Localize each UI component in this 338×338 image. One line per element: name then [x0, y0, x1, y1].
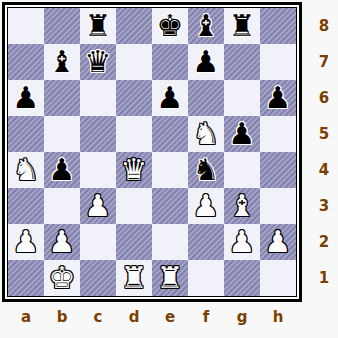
- white-rook-d1[interactable]: ♜: [116, 260, 152, 296]
- chess-board: ♜♚♝♜♝♛♟♟♟♟♞♟♞♟♛♞♟♟♝♟♟♟♟♚♜♜: [8, 8, 296, 296]
- square-c7[interactable]: ♛: [80, 44, 116, 80]
- square-g8[interactable]: ♜: [224, 8, 260, 44]
- rank-label-8: 8: [312, 8, 336, 44]
- black-king-e8[interactable]: ♚: [152, 8, 188, 44]
- square-a2[interactable]: ♟: [8, 224, 44, 260]
- white-pawn-h2[interactable]: ♟: [260, 224, 296, 260]
- file-label-e: e: [152, 305, 188, 329]
- file-label-c: c: [80, 305, 116, 329]
- white-king-b1[interactable]: ♚: [44, 260, 80, 296]
- square-d1[interactable]: ♜: [116, 260, 152, 296]
- file-label-b: b: [44, 305, 80, 329]
- square-f7[interactable]: ♟: [188, 44, 224, 80]
- white-bishop-g3[interactable]: ♝: [224, 188, 260, 224]
- square-e2[interactable]: [152, 224, 188, 260]
- square-e1[interactable]: ♜: [152, 260, 188, 296]
- square-d8[interactable]: [116, 8, 152, 44]
- square-g2[interactable]: ♟: [224, 224, 260, 260]
- square-a5[interactable]: [8, 116, 44, 152]
- square-a3[interactable]: [8, 188, 44, 224]
- board-inner-border: ♜♚♝♜♝♛♟♟♟♟♞♟♞♟♛♞♟♟♝♟♟♟♟♚♜♜: [7, 7, 297, 297]
- square-h2[interactable]: ♟: [260, 224, 296, 260]
- square-g4[interactable]: [224, 152, 260, 188]
- square-c3[interactable]: ♟: [80, 188, 116, 224]
- square-f8[interactable]: ♝: [188, 8, 224, 44]
- file-label-a: a: [8, 305, 44, 329]
- square-d7[interactable]: [116, 44, 152, 80]
- square-b3[interactable]: [44, 188, 80, 224]
- square-e6[interactable]: ♟: [152, 80, 188, 116]
- square-a1[interactable]: [8, 260, 44, 296]
- square-h8[interactable]: [260, 8, 296, 44]
- square-c1[interactable]: [80, 260, 116, 296]
- square-e5[interactable]: [152, 116, 188, 152]
- black-rook-g8[interactable]: ♜: [224, 8, 260, 44]
- square-e7[interactable]: [152, 44, 188, 80]
- square-c4[interactable]: [80, 152, 116, 188]
- white-pawn-a2[interactable]: ♟: [8, 224, 44, 260]
- white-pawn-f3[interactable]: ♟: [188, 188, 224, 224]
- square-a4[interactable]: ♞: [8, 152, 44, 188]
- square-g6[interactable]: [224, 80, 260, 116]
- square-d3[interactable]: [116, 188, 152, 224]
- rank-label-6: 6: [312, 80, 336, 116]
- white-pawn-c3[interactable]: ♟: [80, 188, 116, 224]
- square-b8[interactable]: [44, 8, 80, 44]
- square-e3[interactable]: [152, 188, 188, 224]
- black-queen-c7[interactable]: ♛: [80, 44, 116, 80]
- square-b1[interactable]: ♚: [44, 260, 80, 296]
- square-h7[interactable]: [260, 44, 296, 80]
- square-c5[interactable]: [80, 116, 116, 152]
- square-a6[interactable]: ♟: [8, 80, 44, 116]
- white-pawn-g2[interactable]: ♟: [224, 224, 260, 260]
- file-label-h: h: [260, 305, 296, 329]
- file-label-f: f: [188, 305, 224, 329]
- black-bishop-b7[interactable]: ♝: [44, 44, 80, 80]
- white-rook-e1[interactable]: ♜: [152, 260, 188, 296]
- black-pawn-a6[interactable]: ♟: [8, 80, 44, 116]
- white-pawn-b2[interactable]: ♟: [44, 224, 80, 260]
- black-pawn-e6[interactable]: ♟: [152, 80, 188, 116]
- black-pawn-f7[interactable]: ♟: [188, 44, 224, 80]
- black-pawn-g5[interactable]: ♟: [224, 116, 260, 152]
- square-g1[interactable]: [224, 260, 260, 296]
- square-c2[interactable]: [80, 224, 116, 260]
- black-pawn-h6[interactable]: ♟: [260, 80, 296, 116]
- rank-label-7: 7: [312, 44, 336, 80]
- black-rook-c8[interactable]: ♜: [80, 8, 116, 44]
- square-b6[interactable]: [44, 80, 80, 116]
- black-knight-f4[interactable]: ♞: [188, 152, 224, 188]
- square-b2[interactable]: ♟: [44, 224, 80, 260]
- square-d2[interactable]: [116, 224, 152, 260]
- white-knight-a4[interactable]: ♞: [8, 152, 44, 188]
- square-h5[interactable]: [260, 116, 296, 152]
- board-frame: ♜♚♝♜♝♛♟♟♟♟♞♟♞♟♛♞♟♟♝♟♟♟♟♚♜♜: [2, 2, 302, 302]
- square-e8[interactable]: ♚: [152, 8, 188, 44]
- square-f4[interactable]: ♞: [188, 152, 224, 188]
- white-knight-f5[interactable]: ♞: [188, 116, 224, 152]
- square-f2[interactable]: [188, 224, 224, 260]
- black-pawn-b4[interactable]: ♟: [44, 152, 80, 188]
- square-b5[interactable]: [44, 116, 80, 152]
- rank-labels: 87654321: [312, 8, 336, 296]
- square-f5[interactable]: ♞: [188, 116, 224, 152]
- rank-label-2: 2: [312, 224, 336, 260]
- rank-label-1: 1: [312, 260, 336, 296]
- rank-label-5: 5: [312, 116, 336, 152]
- square-f6[interactable]: [188, 80, 224, 116]
- white-queen-d4[interactable]: ♛: [116, 152, 152, 188]
- square-h4[interactable]: [260, 152, 296, 188]
- square-h3[interactable]: [260, 188, 296, 224]
- square-f3[interactable]: ♟: [188, 188, 224, 224]
- square-a7[interactable]: [8, 44, 44, 80]
- square-c8[interactable]: ♜: [80, 8, 116, 44]
- square-g5[interactable]: ♟: [224, 116, 260, 152]
- square-g3[interactable]: ♝: [224, 188, 260, 224]
- square-b7[interactable]: ♝: [44, 44, 80, 80]
- file-label-g: g: [224, 305, 260, 329]
- square-d4[interactable]: ♛: [116, 152, 152, 188]
- square-h1[interactable]: [260, 260, 296, 296]
- square-f1[interactable]: [188, 260, 224, 296]
- rank-label-4: 4: [312, 152, 336, 188]
- file-labels: abcdefgh: [8, 305, 296, 329]
- square-b4[interactable]: ♟: [44, 152, 80, 188]
- square-c6[interactable]: [80, 80, 116, 116]
- chess-diagram: ♜♚♝♜♝♛♟♟♟♟♞♟♞♟♛♞♟♟♝♟♟♟♟♚♜♜ abcdefgh 8765…: [0, 0, 338, 338]
- square-d6[interactable]: [116, 80, 152, 116]
- square-a8[interactable]: [8, 8, 44, 44]
- file-label-d: d: [116, 305, 152, 329]
- square-g7[interactable]: [224, 44, 260, 80]
- rank-label-3: 3: [312, 188, 336, 224]
- square-d5[interactable]: [116, 116, 152, 152]
- black-bishop-f8[interactable]: ♝: [188, 8, 224, 44]
- square-h6[interactable]: ♟: [260, 80, 296, 116]
- square-e4[interactable]: [152, 152, 188, 188]
